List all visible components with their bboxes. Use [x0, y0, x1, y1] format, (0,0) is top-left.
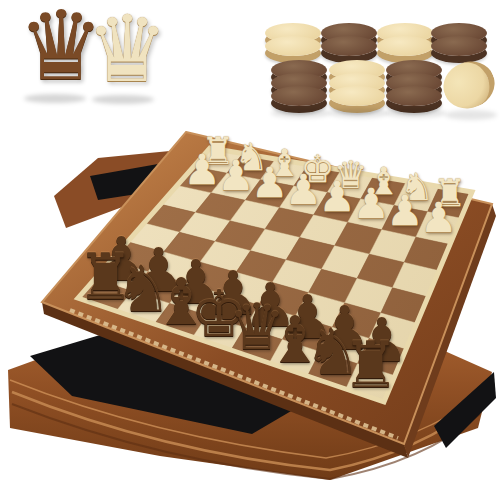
chess-board-scene — [0, 0, 500, 500]
product-photo: ♛ ♛ ♜♞♝♚♟♛♟♝♟♞♟♜♟♟♟♟♟♟♜♟♞♟♝♟♚♟♛♟♟♝♞♜ — [0, 0, 500, 500]
